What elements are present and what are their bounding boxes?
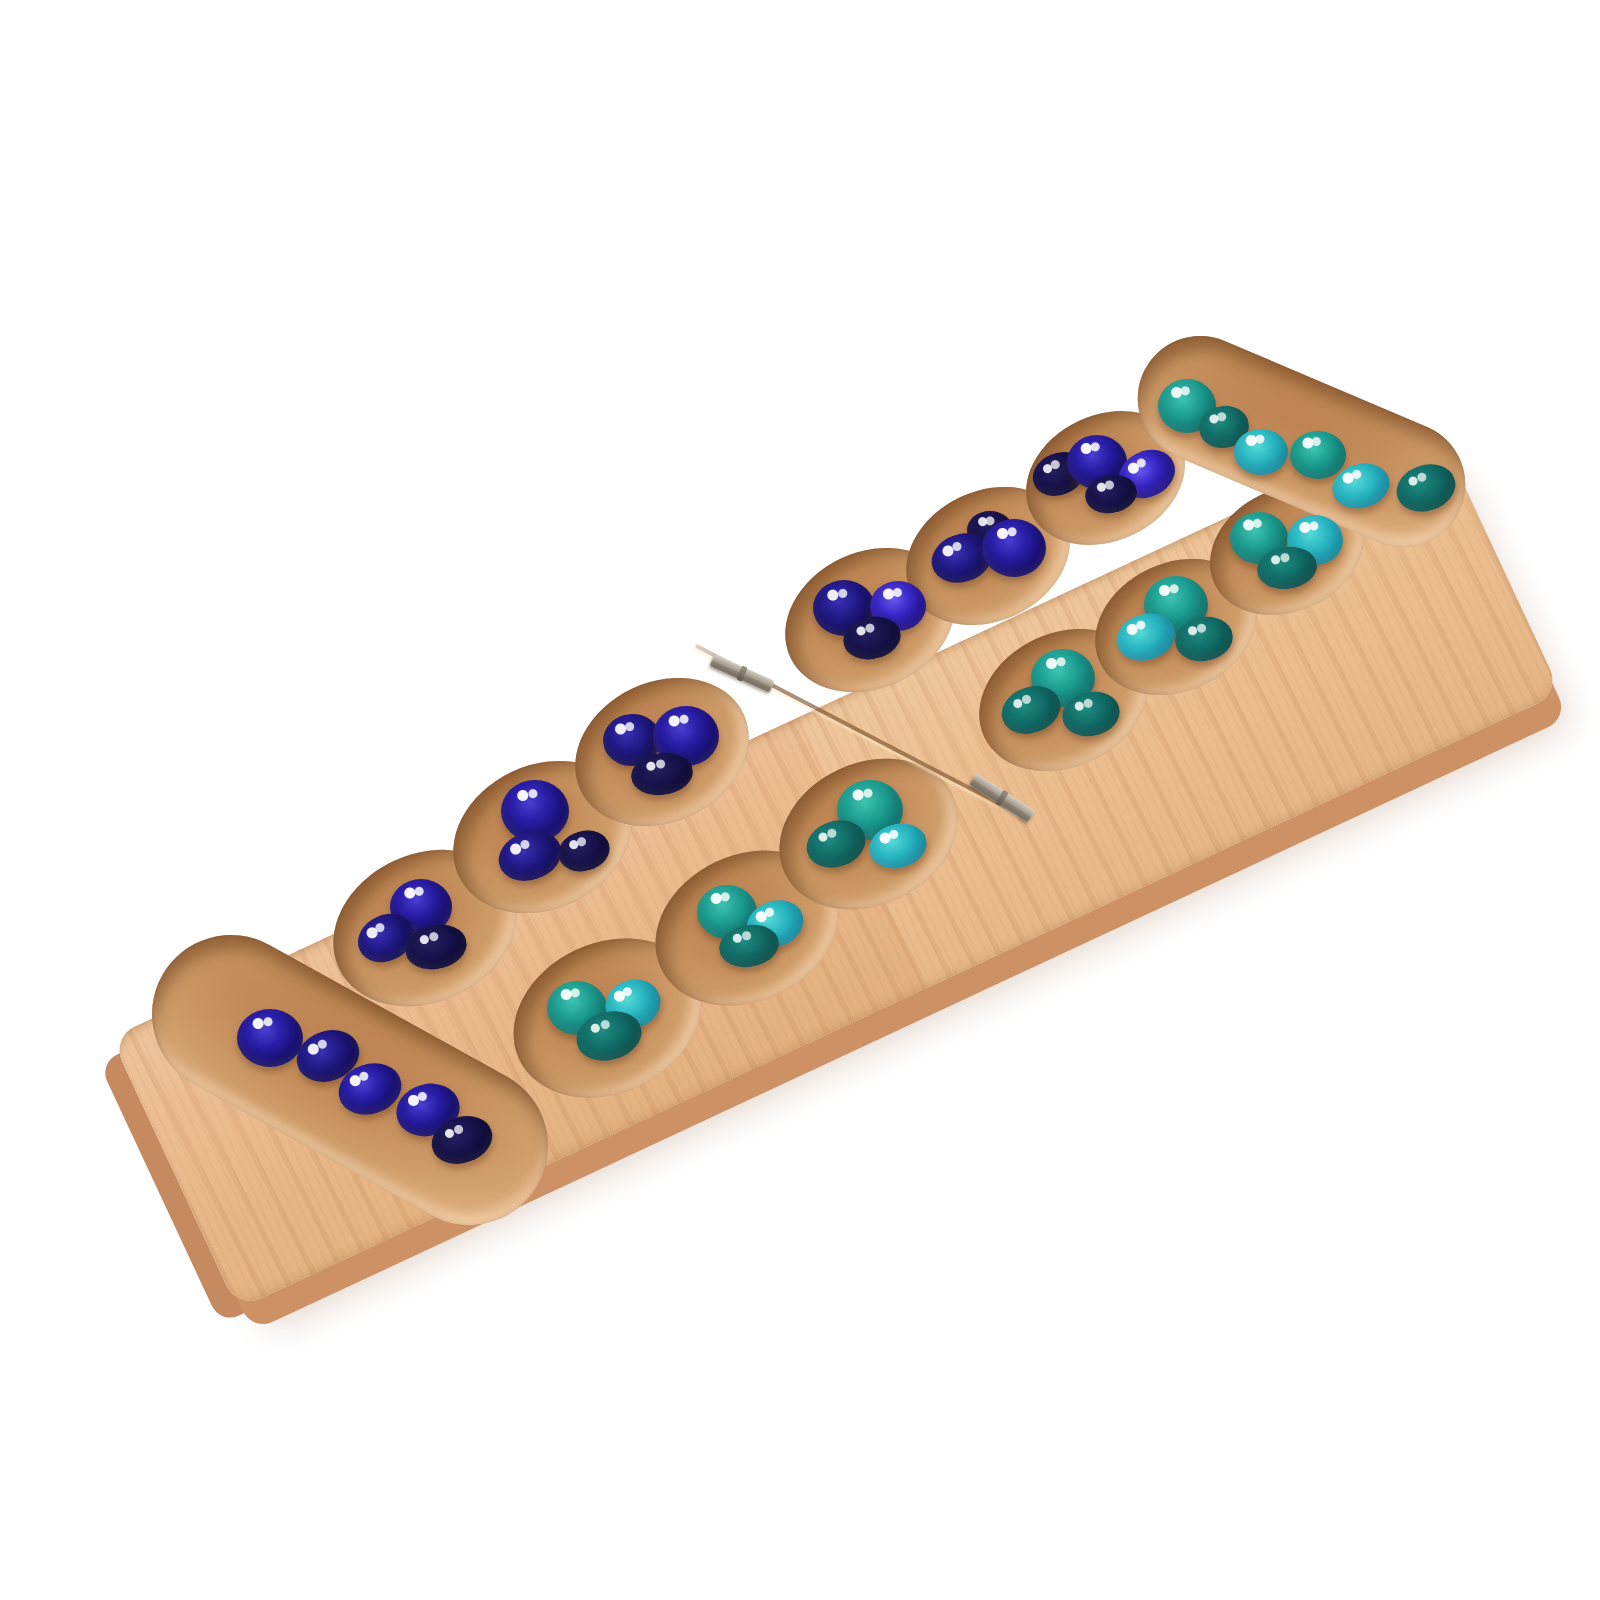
gem-bright-aqua	[1234, 429, 1288, 475]
gem-teal	[1290, 431, 1346, 479]
hinge-icon-1	[709, 654, 775, 693]
mancala-product-photo	[0, 0, 1600, 1600]
gem-cobalt-blue	[982, 519, 1046, 577]
gem-cobalt-blue	[237, 1009, 303, 1067]
